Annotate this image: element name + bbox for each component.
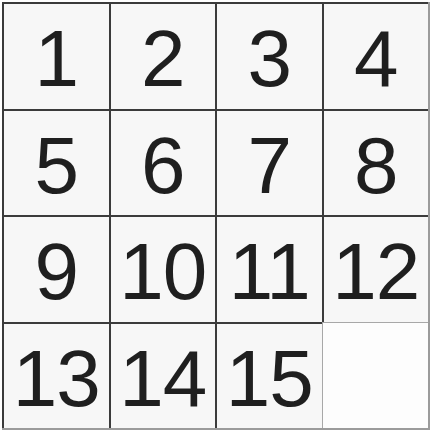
empty-cell <box>322 322 429 429</box>
tile-11[interactable]: 11 <box>215 215 322 322</box>
tile-4-label: 4 <box>354 13 398 105</box>
tile-3[interactable]: 3 <box>215 2 322 109</box>
tile-8-label: 8 <box>354 120 398 212</box>
tile-10[interactable]: 10 <box>109 215 216 322</box>
tile-6[interactable]: 6 <box>109 109 216 216</box>
tile-9-label: 9 <box>35 226 79 318</box>
puzzle-board: 1 2 3 4 5 6 7 8 9 10 11 12 13 14 15 <box>2 2 430 430</box>
tile-8[interactable]: 8 <box>322 109 429 216</box>
tile-7-label: 7 <box>248 120 292 212</box>
tile-1-label: 1 <box>35 13 79 105</box>
tile-14[interactable]: 14 <box>109 322 216 429</box>
tile-12-label: 12 <box>332 226 419 318</box>
tile-5-label: 5 <box>35 120 79 212</box>
tile-13[interactable]: 13 <box>2 322 109 429</box>
tile-15-label: 15 <box>226 333 313 425</box>
tile-2-label: 2 <box>141 13 185 105</box>
tile-13-label: 13 <box>13 333 100 425</box>
tile-3-label: 3 <box>248 13 292 105</box>
tile-7[interactable]: 7 <box>215 109 322 216</box>
tile-1[interactable]: 1 <box>2 2 109 109</box>
tile-6-label: 6 <box>141 120 185 212</box>
tile-4[interactable]: 4 <box>322 2 429 109</box>
tile-10-label: 10 <box>119 226 206 318</box>
tile-5[interactable]: 5 <box>2 109 109 216</box>
tile-15[interactable]: 15 <box>215 322 322 429</box>
tile-2[interactable]: 2 <box>109 2 216 109</box>
tile-11-label: 11 <box>229 226 310 318</box>
tile-12[interactable]: 12 <box>322 215 429 322</box>
tile-9[interactable]: 9 <box>2 215 109 322</box>
tile-14-label: 14 <box>119 333 206 425</box>
